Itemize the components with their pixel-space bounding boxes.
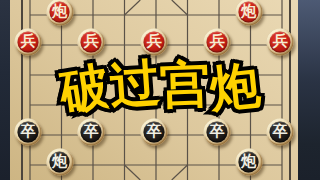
piece-disc: 卒 — [207, 122, 228, 143]
piece-character: 兵 — [21, 34, 36, 49]
piece-disc: 炮 — [238, 2, 259, 23]
black-cannon-left[interactable]: 炮 — [46, 149, 73, 176]
piece-disc: 炮 — [49, 152, 70, 173]
black-soldier-7[interactable]: 卒 — [204, 119, 231, 146]
caption-char: 炮 — [207, 59, 262, 116]
caption-overlay: 破过宫炮 — [60, 61, 260, 113]
caption-char: 破 — [57, 59, 115, 118]
piece-character: 兵 — [273, 34, 288, 49]
black-soldier-1[interactable]: 卒 — [15, 119, 42, 146]
piece-disc: 兵 — [207, 32, 228, 53]
piece-character: 卒 — [147, 124, 162, 139]
piece-disc: 兵 — [270, 32, 291, 53]
black-soldier-5[interactable]: 卒 — [141, 119, 168, 146]
piece-character: 炮 — [241, 4, 256, 19]
piece-disc: 炮 — [238, 152, 259, 173]
piece-disc: 兵 — [144, 32, 165, 53]
piece-disc: 卒 — [81, 122, 102, 143]
red-soldier-5[interactable]: 兵 — [141, 29, 168, 56]
piece-disc: 兵 — [18, 32, 39, 53]
piece-character: 卒 — [21, 124, 36, 139]
black-soldier-9[interactable]: 卒 — [267, 119, 294, 146]
red-soldier-1[interactable]: 兵 — [15, 29, 42, 56]
piece-character: 卒 — [273, 124, 288, 139]
piece-character: 炮 — [52, 4, 67, 19]
piece-disc: 卒 — [144, 122, 165, 143]
piece-character: 兵 — [210, 34, 225, 49]
red-soldier-9[interactable]: 兵 — [267, 29, 294, 56]
piece-disc: 炮 — [49, 2, 70, 23]
piece-character: 卒 — [210, 124, 225, 139]
piece-disc: 兵 — [81, 32, 102, 53]
piece-character: 炮 — [52, 154, 67, 169]
black-soldier-3[interactable]: 卒 — [78, 119, 105, 146]
red-soldier-7[interactable]: 兵 — [204, 29, 231, 56]
piece-character: 兵 — [84, 34, 99, 49]
red-soldier-3[interactable]: 兵 — [78, 29, 105, 56]
video-frame: 炮炮兵兵兵兵兵卒卒卒卒卒炮炮 破过宫炮 — [0, 0, 320, 180]
piece-character: 炮 — [241, 154, 256, 169]
piece-character: 卒 — [84, 124, 99, 139]
caption-char: 过 — [108, 56, 162, 111]
black-cannon-right[interactable]: 炮 — [235, 149, 262, 176]
letterbox-bar-right — [298, 0, 320, 180]
piece-character: 兵 — [147, 34, 162, 49]
caption-char: 宫 — [159, 58, 211, 112]
letterbox-bar-left — [0, 0, 10, 180]
piece-disc: 卒 — [18, 122, 39, 143]
piece-disc: 卒 — [270, 122, 291, 143]
